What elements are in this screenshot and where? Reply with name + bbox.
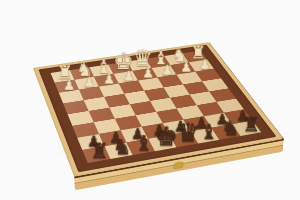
piece-white-pawn[interactable]: ♟ bbox=[138, 66, 158, 79]
piece-white-pawn[interactable]: ♟ bbox=[99, 72, 119, 86]
folding-board-box: ♜♞♝♚♛♝♞♜♟♟♟♟♟♟♟♟♟♟♟♟♟♟♟♟♜♞♝♚♛♝♞♜ bbox=[33, 42, 284, 176]
piece-black-knight[interactable]: ♞ bbox=[110, 137, 133, 158]
piece-black-knight[interactable]: ♞ bbox=[219, 118, 241, 138]
piece-black-rook[interactable]: ♜ bbox=[240, 114, 262, 134]
square-h8[interactable]: ♜ bbox=[82, 146, 110, 163]
piece-black-bishop[interactable]: ♝ bbox=[133, 133, 156, 154]
piece-white-pawn[interactable]: ♟ bbox=[195, 57, 215, 70]
piece-white-pawn[interactable]: ♟ bbox=[157, 63, 177, 76]
piece-white-pawn[interactable]: ♟ bbox=[59, 78, 80, 92]
brass-medallion-icon bbox=[174, 161, 184, 169]
square-h2[interactable]: ♟ bbox=[55, 80, 79, 93]
product-photo: ♜♞♝♚♛♝♞♜♟♟♟♟♟♟♟♟♟♟♟♟♟♟♟♟♜♞♝♚♛♝♞♜ bbox=[0, 0, 300, 200]
square-b5[interactable] bbox=[190, 91, 217, 105]
piece-black-king[interactable]: ♚ bbox=[155, 124, 178, 150]
chess-board[interactable]: ♜♞♝♚♛♝♞♜♟♟♟♟♟♟♟♟♟♟♟♟♟♟♟♟♜♞♝♚♛♝♞♜ bbox=[51, 51, 261, 163]
piece-white-pawn[interactable]: ♟ bbox=[176, 60, 196, 73]
piece-white-pawn[interactable]: ♟ bbox=[79, 75, 100, 89]
piece-black-bishop[interactable]: ♝ bbox=[198, 122, 221, 142]
piece-black-rook[interactable]: ♜ bbox=[88, 141, 111, 162]
piece-white-pawn[interactable]: ♟ bbox=[119, 69, 139, 83]
piece-black-queen[interactable]: ♛ bbox=[176, 120, 199, 146]
